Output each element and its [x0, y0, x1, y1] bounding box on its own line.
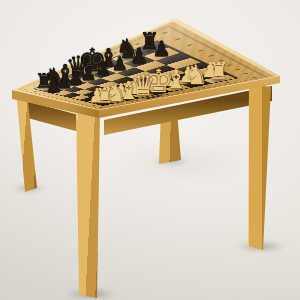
piece-black-pawn[interactable]: ♟ [152, 37, 171, 58]
piece-white-rook[interactable]: ♜ [208, 60, 229, 84]
piece-black-pawn[interactable]: ♟ [95, 59, 112, 78]
chess-table-photo: ♜♞♝♛♚♝♞♜♟♟♟♟♟♟♟♟♟♟♟♟♟♟♟♟♜♞♝♛♚♝♞♜ [0, 0, 300, 300]
piece-black-pawn[interactable]: ♟ [111, 53, 128, 72]
piece-white-knight[interactable]: ♞ [184, 62, 208, 89]
piece-black-pawn[interactable]: ♟ [45, 75, 62, 94]
table-leg-front-right [245, 84, 271, 250]
piece-white-rook[interactable]: ♜ [95, 86, 114, 107]
table-leg-front [75, 108, 100, 298]
